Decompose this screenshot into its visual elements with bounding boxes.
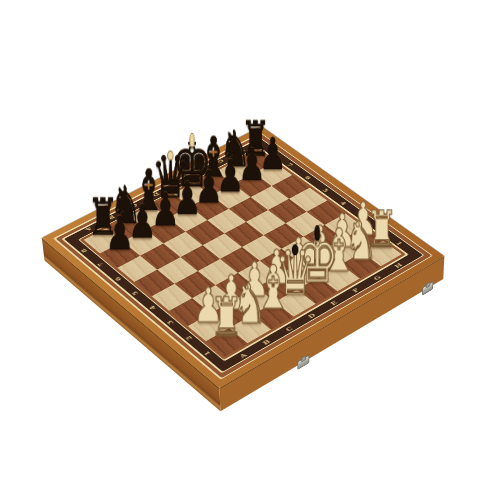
rank-label-left-6: 6 bbox=[113, 276, 123, 282]
file-label-bottom-H: H bbox=[392, 262, 403, 269]
metal-hinge bbox=[422, 281, 433, 296]
rank-label-left-2: 2 bbox=[183, 335, 193, 342]
file-label-bottom-G: G bbox=[371, 274, 382, 281]
piece-black-pawn-a7[interactable]: ♟ bbox=[106, 210, 135, 256]
file-label-bottom-A: A bbox=[237, 352, 248, 359]
file-label-bottom-B: B bbox=[260, 338, 271, 346]
file-label-bottom-D: D bbox=[306, 312, 317, 319]
rank-label-left-1: 1 bbox=[202, 350, 212, 357]
piece-white-rook-a1[interactable]: ♜ bbox=[210, 291, 243, 344]
rank-label-left-7: 7 bbox=[96, 262, 106, 268]
light-finial-tip bbox=[167, 151, 173, 161]
file-label-bottom-F: F bbox=[350, 287, 360, 294]
rank-label-left-3: 3 bbox=[165, 320, 175, 327]
light-finial-tip bbox=[190, 133, 195, 147]
dark-finial-tip bbox=[292, 245, 299, 256]
rank-label-left-8: 8 bbox=[79, 248, 89, 254]
file-label-bottom-C: C bbox=[283, 325, 294, 332]
product-photo-scene: AA11BB22CC33DD44EE55FF66GG77HH88 ♜♞♝♛♚♝♞… bbox=[0, 0, 500, 500]
rank-label-left-5: 5 bbox=[130, 290, 140, 296]
metal-hinge bbox=[298, 354, 310, 369]
rank-label-left-4: 4 bbox=[147, 305, 157, 312]
file-label-bottom-E: E bbox=[328, 299, 338, 306]
dark-finial-tip bbox=[314, 225, 320, 240]
folding-chess-box: AA11BB22CC33DD44EE55FF66GG77HH88 ♜♞♝♛♚♝♞… bbox=[42, 126, 445, 388]
